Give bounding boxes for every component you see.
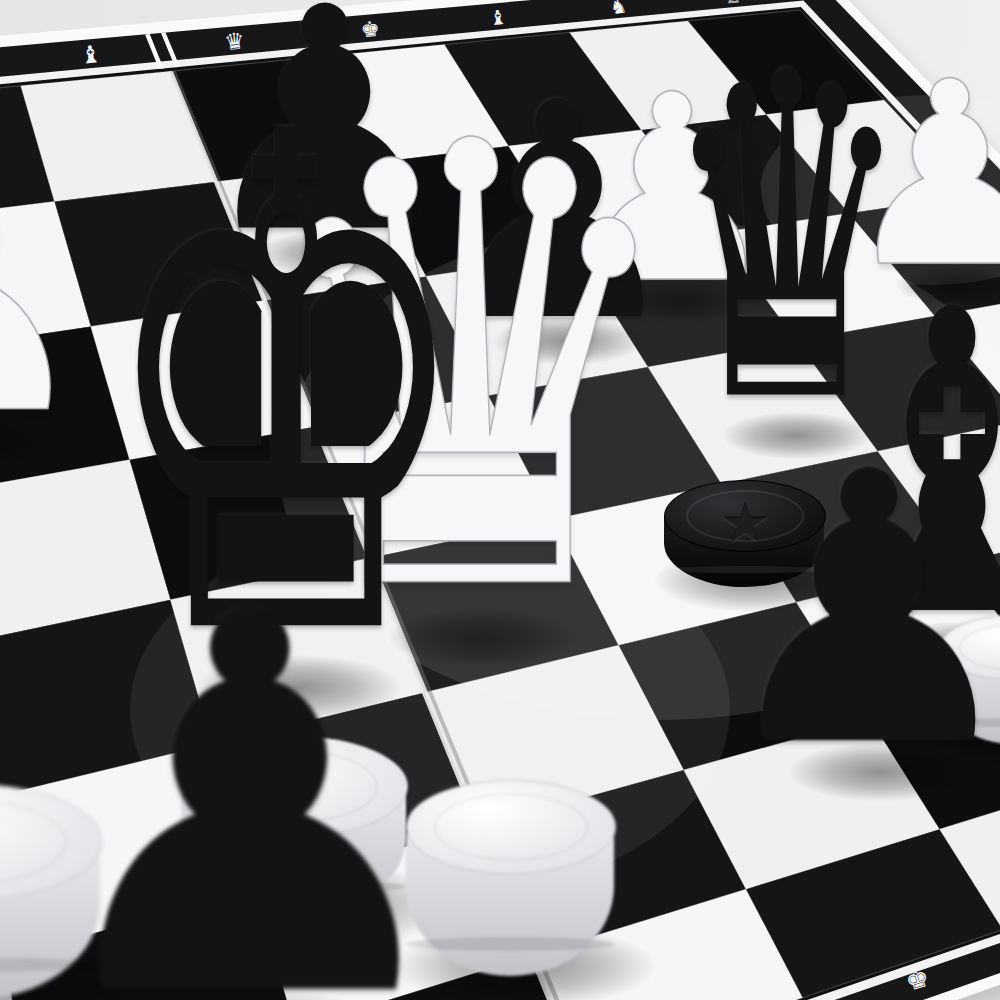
border-decor-glyph: ♛ <box>223 27 246 55</box>
chessboard-photo: ♜♜♞♞♝♝♛♛♚♚♝♝♞♞♜♜ ♟♟♟♟♛♟★♛♝♚♟♟ <box>0 0 1000 1000</box>
glare-highlight <box>130 520 730 900</box>
border-decor-glyph: ♞ <box>609 0 628 18</box>
border-decor-glyph: ♝ <box>488 5 508 31</box>
border-decor-glyph: ♝ <box>78 40 102 70</box>
chessboard: ♜♜♞♞♝♝♛♛♚♚♝♝♞♞♜♜ <box>0 0 1000 1000</box>
border-decor-glyph: ♚ <box>359 16 381 43</box>
